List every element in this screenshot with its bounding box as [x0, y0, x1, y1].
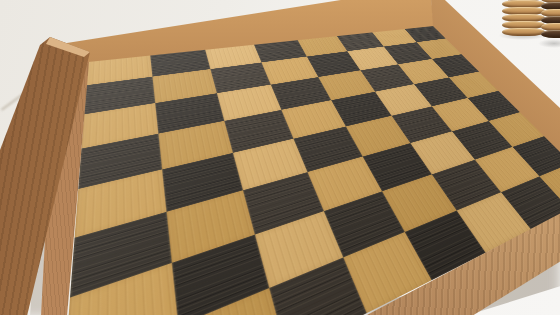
wooden-checkers-stack: [502, 0, 545, 36]
partial-checkers-stack: [541, 0, 560, 38]
checker-disc-light: [502, 28, 545, 36]
checker-disc-dark: [541, 30, 560, 38]
scene: [0, 0, 560, 315]
stack-shadow: [538, 39, 560, 48]
